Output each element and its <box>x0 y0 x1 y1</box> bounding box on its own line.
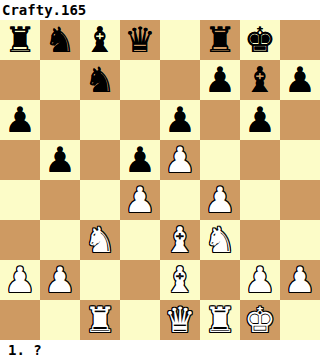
square-f4[interactable]: ♟ <box>200 180 240 220</box>
white-bishop-e2[interactable]: ♝ <box>164 260 195 300</box>
square-g1[interactable]: ♚ <box>240 300 280 340</box>
title-bar: Crafty.165 <box>0 0 320 20</box>
square-f5[interactable] <box>200 140 240 180</box>
square-g7[interactable]: ♝ <box>240 60 280 100</box>
square-e4[interactable] <box>160 180 200 220</box>
black-pawn-b5[interactable]: ♟ <box>44 140 75 180</box>
square-d6[interactable] <box>120 100 160 140</box>
square-h3[interactable] <box>280 220 320 260</box>
square-g2[interactable]: ♟ <box>240 260 280 300</box>
square-b6[interactable] <box>40 100 80 140</box>
square-a7[interactable] <box>0 60 40 100</box>
black-pawn-f7[interactable]: ♟ <box>204 60 235 100</box>
black-pawn-h7[interactable]: ♟ <box>284 60 315 100</box>
square-a8[interactable]: ♜ <box>0 20 40 60</box>
square-d4[interactable]: ♟ <box>120 180 160 220</box>
square-d3[interactable] <box>120 220 160 260</box>
black-knight-b8[interactable]: ♞ <box>44 20 75 60</box>
square-c8[interactable]: ♝ <box>80 20 120 60</box>
black-rook-a8[interactable]: ♜ <box>4 20 35 60</box>
black-bishop-g7[interactable]: ♝ <box>244 60 275 100</box>
black-rook-f8[interactable]: ♜ <box>204 20 235 60</box>
square-h4[interactable] <box>280 180 320 220</box>
square-c2[interactable] <box>80 260 120 300</box>
square-c6[interactable] <box>80 100 120 140</box>
square-e8[interactable] <box>160 20 200 60</box>
status-bar: 1. ? <box>0 340 320 360</box>
square-g3[interactable] <box>240 220 280 260</box>
black-pawn-d5[interactable]: ♟ <box>124 140 155 180</box>
square-b7[interactable] <box>40 60 80 100</box>
square-a6[interactable]: ♟ <box>0 100 40 140</box>
white-bishop-e3[interactable]: ♝ <box>164 220 195 260</box>
square-g5[interactable] <box>240 140 280 180</box>
square-b5[interactable]: ♟ <box>40 140 80 180</box>
square-h8[interactable] <box>280 20 320 60</box>
square-a3[interactable] <box>0 220 40 260</box>
square-f3[interactable]: ♞ <box>200 220 240 260</box>
square-f1[interactable]: ♜ <box>200 300 240 340</box>
square-b4[interactable] <box>40 180 80 220</box>
white-pawn-e5[interactable]: ♟ <box>164 140 195 180</box>
white-rook-c1[interactable]: ♜ <box>84 300 115 340</box>
white-knight-c3[interactable]: ♞ <box>84 220 115 260</box>
black-king-g8[interactable]: ♚ <box>244 20 275 60</box>
square-f6[interactable] <box>200 100 240 140</box>
square-c4[interactable] <box>80 180 120 220</box>
square-e7[interactable] <box>160 60 200 100</box>
white-pawn-b2[interactable]: ♟ <box>44 260 75 300</box>
chess-board: ♜♞♝♛♜♚♞♟♝♟♟♟♟♟♟♟♟♟♞♝♞♟♟♝♟♟♜♛♜♚ <box>0 20 320 340</box>
black-pawn-a6[interactable]: ♟ <box>4 100 35 140</box>
square-e3[interactable]: ♝ <box>160 220 200 260</box>
white-pawn-a2[interactable]: ♟ <box>4 260 35 300</box>
square-d5[interactable]: ♟ <box>120 140 160 180</box>
square-d7[interactable] <box>120 60 160 100</box>
square-d8[interactable]: ♛ <box>120 20 160 60</box>
white-king-g1[interactable]: ♚ <box>244 300 275 340</box>
square-f7[interactable]: ♟ <box>200 60 240 100</box>
square-h5[interactable] <box>280 140 320 180</box>
square-g4[interactable] <box>240 180 280 220</box>
square-h7[interactable]: ♟ <box>280 60 320 100</box>
square-e6[interactable]: ♟ <box>160 100 200 140</box>
black-pawn-g6[interactable]: ♟ <box>244 100 275 140</box>
white-knight-f3[interactable]: ♞ <box>204 220 235 260</box>
square-c1[interactable]: ♜ <box>80 300 120 340</box>
square-c7[interactable]: ♞ <box>80 60 120 100</box>
square-b2[interactable]: ♟ <box>40 260 80 300</box>
square-e2[interactable]: ♝ <box>160 260 200 300</box>
square-g8[interactable]: ♚ <box>240 20 280 60</box>
square-h2[interactable]: ♟ <box>280 260 320 300</box>
white-pawn-g2[interactable]: ♟ <box>244 260 275 300</box>
black-bishop-c8[interactable]: ♝ <box>84 20 115 60</box>
square-a5[interactable] <box>0 140 40 180</box>
black-pawn-e6[interactable]: ♟ <box>164 100 195 140</box>
square-a4[interactable] <box>0 180 40 220</box>
square-d1[interactable] <box>120 300 160 340</box>
square-b3[interactable] <box>40 220 80 260</box>
square-f2[interactable] <box>200 260 240 300</box>
move-prompt: 1. ? <box>0 340 42 360</box>
square-e5[interactable]: ♟ <box>160 140 200 180</box>
white-queen-e1[interactable]: ♛ <box>164 300 195 340</box>
square-h6[interactable] <box>280 100 320 140</box>
square-f8[interactable]: ♜ <box>200 20 240 60</box>
square-b1[interactable] <box>40 300 80 340</box>
white-rook-f1[interactable]: ♜ <box>204 300 235 340</box>
square-d2[interactable] <box>120 260 160 300</box>
square-a2[interactable]: ♟ <box>0 260 40 300</box>
white-pawn-f4[interactable]: ♟ <box>204 180 235 220</box>
square-b8[interactable]: ♞ <box>40 20 80 60</box>
white-pawn-h2[interactable]: ♟ <box>284 260 315 300</box>
black-queen-d8[interactable]: ♛ <box>124 20 155 60</box>
square-a1[interactable] <box>0 300 40 340</box>
black-knight-c7[interactable]: ♞ <box>84 60 115 100</box>
square-g6[interactable]: ♟ <box>240 100 280 140</box>
square-e1[interactable]: ♛ <box>160 300 200 340</box>
engine-title: Crafty.165 <box>0 0 86 20</box>
white-pawn-d4[interactable]: ♟ <box>124 180 155 220</box>
square-c5[interactable] <box>80 140 120 180</box>
square-h1[interactable] <box>280 300 320 340</box>
square-c3[interactable]: ♞ <box>80 220 120 260</box>
